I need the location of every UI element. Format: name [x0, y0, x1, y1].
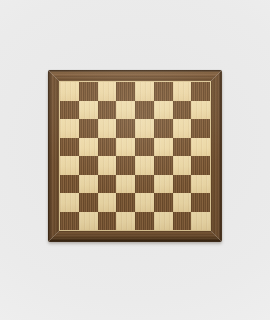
square-d4 — [116, 156, 135, 175]
square-b7 — [79, 101, 98, 120]
square-e4 — [135, 156, 154, 175]
square-d2 — [116, 193, 135, 212]
square-c5 — [98, 138, 117, 157]
board-frame-bottom — [48, 231, 222, 242]
square-e2 — [135, 193, 154, 212]
square-d1 — [116, 212, 135, 231]
square-e8 — [135, 82, 154, 101]
square-g5 — [173, 138, 192, 157]
square-f2 — [154, 193, 173, 212]
square-e6 — [135, 119, 154, 138]
square-a1 — [60, 212, 79, 231]
square-d3 — [116, 175, 135, 194]
square-g2 — [173, 193, 192, 212]
square-a4 — [60, 156, 79, 175]
square-c6 — [98, 119, 117, 138]
square-b8 — [79, 82, 98, 101]
board-field — [59, 81, 211, 231]
square-b4 — [79, 156, 98, 175]
board-grid — [60, 82, 210, 230]
square-d7 — [116, 101, 135, 120]
board-frame-left — [48, 70, 59, 242]
chess-board — [48, 70, 222, 242]
square-g4 — [173, 156, 192, 175]
square-e7 — [135, 101, 154, 120]
square-g3 — [173, 175, 192, 194]
square-c2 — [98, 193, 117, 212]
square-a2 — [60, 193, 79, 212]
square-b2 — [79, 193, 98, 212]
square-f5 — [154, 138, 173, 157]
square-b6 — [79, 119, 98, 138]
square-f6 — [154, 119, 173, 138]
square-a7 — [60, 101, 79, 120]
square-g6 — [173, 119, 192, 138]
square-f3 — [154, 175, 173, 194]
square-b3 — [79, 175, 98, 194]
square-a5 — [60, 138, 79, 157]
square-a8 — [60, 82, 79, 101]
square-d6 — [116, 119, 135, 138]
square-h4 — [191, 156, 210, 175]
square-h8 — [191, 82, 210, 101]
square-c3 — [98, 175, 117, 194]
square-c7 — [98, 101, 117, 120]
square-c1 — [98, 212, 117, 231]
square-h7 — [191, 101, 210, 120]
square-g7 — [173, 101, 192, 120]
square-f4 — [154, 156, 173, 175]
square-a6 — [60, 119, 79, 138]
square-h2 — [191, 193, 210, 212]
square-d5 — [116, 138, 135, 157]
square-g8 — [173, 82, 192, 101]
square-f7 — [154, 101, 173, 120]
board-frame-right — [211, 70, 222, 242]
square-c8 — [98, 82, 117, 101]
square-e3 — [135, 175, 154, 194]
square-b1 — [79, 212, 98, 231]
square-c4 — [98, 156, 117, 175]
square-f1 — [154, 212, 173, 231]
square-h6 — [191, 119, 210, 138]
square-a3 — [60, 175, 79, 194]
square-e5 — [135, 138, 154, 157]
square-h5 — [191, 138, 210, 157]
square-h3 — [191, 175, 210, 194]
square-d8 — [116, 82, 135, 101]
square-g1 — [173, 212, 192, 231]
square-b5 — [79, 138, 98, 157]
square-e1 — [135, 212, 154, 231]
board-frame-top — [48, 70, 222, 81]
square-h1 — [191, 212, 210, 231]
product-photo-background — [0, 0, 270, 320]
square-f8 — [154, 82, 173, 101]
